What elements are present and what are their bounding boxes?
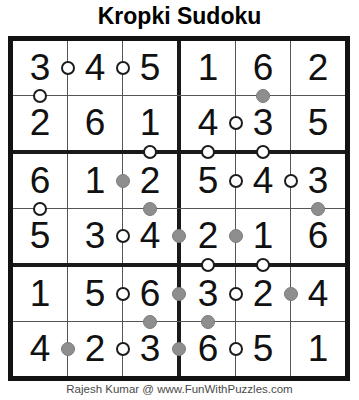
kropki-black-dot (143, 202, 157, 216)
cell-r4c1[interactable]: 5 (13, 209, 67, 263)
cell-r6c5[interactable]: 5 (236, 322, 290, 376)
kropki-white-dot (116, 287, 130, 301)
kropki-black-dot (172, 229, 186, 243)
cell-r5c3[interactable]: 6 (123, 267, 177, 321)
credit-caption: Rajesh Kumar @ www.FunWithPuzzles.com (0, 383, 359, 395)
cell-r5c4[interactable]: 3 (181, 267, 235, 321)
cell-r4c6[interactable]: 6 (291, 209, 345, 263)
kropki-white-dot (201, 258, 215, 272)
cell-r5c6[interactable]: 4 (291, 267, 345, 321)
kropki-white-dot (61, 61, 75, 75)
cell-r2c3[interactable]: 1 (123, 96, 177, 150)
kropki-white-dot (33, 202, 47, 216)
cell-r2c4[interactable]: 4 (181, 96, 235, 150)
cell-r2c2[interactable]: 6 (68, 96, 122, 150)
kropki-white-dot (116, 229, 130, 243)
kropki-white-dot (143, 145, 157, 159)
kropki-white-dot (116, 61, 130, 75)
kropki-white-dot (33, 89, 47, 103)
cell-r1c4[interactable]: 1 (181, 41, 235, 95)
kropki-white-dot (229, 116, 243, 130)
puzzle-page: Kropki Sudoku 34516226143561254353421615… (0, 0, 359, 400)
cell-r5c5[interactable]: 2 (236, 267, 290, 321)
kropki-white-dot (229, 174, 243, 188)
cell-r3c5[interactable]: 4 (236, 154, 290, 208)
kropki-black-dot (311, 202, 325, 216)
cell-r1c5[interactable]: 6 (236, 41, 290, 95)
cell-r6c2[interactable]: 2 (68, 322, 122, 376)
cell-r1c6[interactable]: 2 (291, 41, 345, 95)
cell-r4c3[interactable]: 4 (123, 209, 177, 263)
kropki-black-dot (172, 287, 186, 301)
cell-r3c3[interactable]: 2 (123, 154, 177, 208)
puzzle-title: Kropki Sudoku (0, 3, 359, 30)
cell-r4c2[interactable]: 3 (68, 209, 122, 263)
kropki-white-dot (256, 145, 270, 159)
cell-r1c2[interactable]: 4 (68, 41, 122, 95)
kropki-white-dot (229, 342, 243, 356)
kropki-black-dot (172, 342, 186, 356)
kropki-white-dot (229, 287, 243, 301)
cell-r5c1[interactable]: 1 (13, 267, 67, 321)
cell-r3c6[interactable]: 3 (291, 154, 345, 208)
sudoku-board: 345162261435612543534216156324423651 (8, 36, 350, 381)
cell-r6c1[interactable]: 4 (13, 322, 67, 376)
kropki-black-dot (116, 174, 130, 188)
cell-r4c5[interactable]: 1 (236, 209, 290, 263)
kropki-black-dot (229, 229, 243, 243)
cell-r6c6[interactable]: 1 (291, 322, 345, 376)
kropki-white-dot (116, 342, 130, 356)
kropki-black-dot (256, 89, 270, 103)
cell-r2c1[interactable]: 2 (13, 96, 67, 150)
cell-r3c1[interactable]: 6 (13, 154, 67, 208)
cell-r1c1[interactable]: 3 (13, 41, 67, 95)
cell-r2c6[interactable]: 5 (291, 96, 345, 150)
kropki-black-dot (284, 287, 298, 301)
cell-r2c5[interactable]: 3 (236, 96, 290, 150)
kropki-black-dot (201, 315, 215, 329)
cell-r5c2[interactable]: 5 (68, 267, 122, 321)
cell-r3c2[interactable]: 1 (68, 154, 122, 208)
cell-r3c4[interactable]: 5 (181, 154, 235, 208)
kropki-white-dot (284, 174, 298, 188)
cell-r4c4[interactable]: 2 (181, 209, 235, 263)
kropki-white-dot (256, 258, 270, 272)
kropki-black-dot (143, 315, 157, 329)
kropki-black-dot (61, 342, 75, 356)
cell-r1c3[interactable]: 5 (123, 41, 177, 95)
kropki-white-dot (201, 145, 215, 159)
cell-r6c4[interactable]: 6 (181, 322, 235, 376)
cell-r6c3[interactable]: 3 (123, 322, 177, 376)
